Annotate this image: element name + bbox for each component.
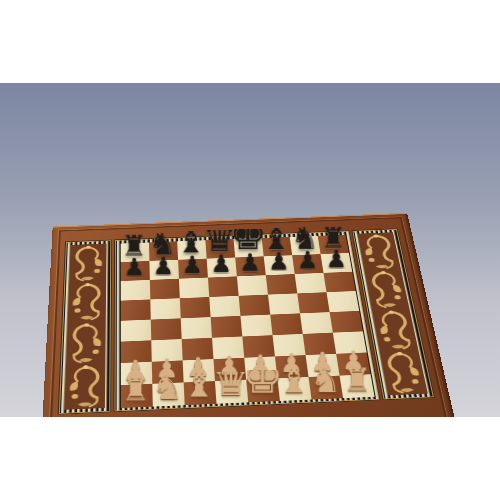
- square-f6[interactable]: [266, 274, 297, 295]
- piece-white-knight-g1[interactable]: ♞: [310, 368, 342, 400]
- piece-black-pawn-f7[interactable]: ♟: [264, 247, 293, 276]
- square-d5[interactable]: [209, 296, 240, 317]
- square-c6[interactable]: [179, 278, 209, 299]
- piece-white-rook-a1[interactable]: ♜: [120, 376, 152, 408]
- piece-white-knight-b1[interactable]: ♞: [152, 375, 184, 407]
- square-h5[interactable]: [327, 291, 360, 312]
- box-top-face: ♜♞♝♛♚♝♞♜♟♟♟♟♟♟♟♟♟♟♟♟♟♟♟♟♜♞♝♛♚♝♞♜: [41, 213, 458, 417]
- square-c5[interactable]: [180, 297, 211, 318]
- piece-black-pawn-a7[interactable]: ♟: [120, 252, 149, 281]
- square-g5[interactable]: [297, 292, 329, 313]
- square-e5[interactable]: [239, 295, 271, 316]
- square-d4[interactable]: [211, 316, 243, 338]
- floral-inlay-icon: [64, 244, 106, 410]
- square-a4[interactable]: [121, 320, 151, 342]
- square-h4[interactable]: [330, 311, 363, 333]
- piece-black-pawn-e7[interactable]: ♟: [236, 248, 265, 277]
- piece-white-king-e1[interactable]: ♚: [247, 370, 279, 402]
- piece-black-pawn-g7[interactable]: ♟: [293, 245, 322, 274]
- piece-black-pawn-b7[interactable]: ♟: [149, 251, 178, 280]
- square-b5[interactable]: [150, 298, 180, 319]
- chess-box: ♜♞♝♛♚♝♞♜♟♟♟♟♟♟♟♟♟♟♟♟♟♟♟♟♜♞♝♛♚♝♞♜: [41, 213, 458, 417]
- square-c4[interactable]: [181, 317, 212, 339]
- square-b4[interactable]: [151, 318, 182, 340]
- square-a6[interactable]: [121, 280, 151, 301]
- photo-background: ♜♞♝♛♚♝♞♜♟♟♟♟♟♟♟♟♟♟♟♟♟♟♟♟♜♞♝♛♚♝♞♜: [0, 83, 500, 417]
- piece-white-rook-h1[interactable]: ♜: [341, 366, 373, 398]
- square-e6[interactable]: [237, 275, 268, 296]
- square-h6[interactable]: [323, 272, 355, 292]
- piece-black-pawn-d7[interactable]: ♟: [207, 249, 236, 278]
- square-d6[interactable]: [208, 276, 239, 297]
- piece-black-pawn-c7[interactable]: ♟: [178, 250, 207, 279]
- scene: ♜♞♝♛♚♝♞♜♟♟♟♟♟♟♟♟♟♟♟♟♟♟♟♟♜♞♝♛♚♝♞♜: [0, 83, 500, 417]
- square-e4[interactable]: [240, 315, 272, 337]
- piece-black-pawn-h7[interactable]: ♟: [322, 244, 351, 273]
- square-f5[interactable]: [268, 293, 300, 314]
- marquetry-panel-left: [58, 240, 112, 415]
- square-b6[interactable]: [150, 279, 180, 300]
- piece-white-queen-d1[interactable]: ♛: [215, 372, 247, 404]
- square-a5[interactable]: [121, 299, 151, 320]
- square-g6[interactable]: [295, 273, 327, 294]
- square-g4[interactable]: [300, 312, 333, 334]
- square-f4[interactable]: [270, 313, 302, 335]
- piece-white-bishop-c1[interactable]: ♝: [183, 373, 215, 405]
